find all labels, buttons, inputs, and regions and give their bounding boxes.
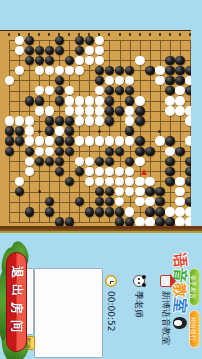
board-cell[interactable] bbox=[64, 55, 74, 65]
board-cell[interactable] bbox=[145, 76, 155, 86]
board-cell[interactable] bbox=[95, 55, 105, 65]
board-cell[interactable] bbox=[24, 76, 34, 86]
board-cell[interactable] bbox=[105, 65, 115, 75]
board-cell[interactable] bbox=[64, 86, 74, 96]
board-cell[interactable] bbox=[34, 136, 44, 146]
board-cell[interactable] bbox=[85, 187, 95, 197]
board-cell[interactable] bbox=[44, 45, 54, 55]
board-cell[interactable] bbox=[95, 136, 105, 146]
board-cell[interactable] bbox=[165, 156, 175, 166]
board-cell[interactable] bbox=[175, 187, 185, 197]
board-cell[interactable] bbox=[115, 55, 125, 65]
board-cell[interactable] bbox=[75, 177, 85, 187]
board-cell[interactable] bbox=[95, 45, 105, 55]
board-cell[interactable] bbox=[125, 166, 135, 176]
board-cell[interactable] bbox=[14, 126, 24, 136]
board-cell[interactable] bbox=[75, 116, 85, 126]
chat-history-box[interactable] bbox=[34, 268, 103, 358]
board-cell[interactable] bbox=[105, 76, 115, 86]
board-cell[interactable] bbox=[34, 146, 44, 156]
board-cell[interactable] bbox=[135, 177, 145, 187]
board-cell[interactable] bbox=[14, 207, 24, 217]
board-cell[interactable] bbox=[175, 76, 185, 86]
board-cell[interactable] bbox=[155, 136, 165, 146]
board-cell[interactable] bbox=[145, 116, 155, 126]
board-cell[interactable] bbox=[44, 166, 54, 176]
board-cell[interactable] bbox=[105, 55, 115, 65]
board-cell[interactable] bbox=[135, 146, 145, 156]
board-cell[interactable] bbox=[85, 45, 95, 55]
board-cell[interactable] bbox=[115, 146, 125, 156]
board-cell[interactable] bbox=[125, 177, 135, 187]
board-cell[interactable] bbox=[14, 76, 24, 86]
board-cell[interactable] bbox=[145, 156, 155, 166]
board-cell[interactable] bbox=[105, 126, 115, 136]
board-cell[interactable] bbox=[105, 106, 115, 116]
board-cell[interactable] bbox=[155, 86, 165, 96]
board-cell[interactable] bbox=[54, 76, 64, 86]
board-cell[interactable] bbox=[64, 65, 74, 75]
board-cell[interactable] bbox=[34, 177, 44, 187]
board-cell[interactable] bbox=[135, 156, 145, 166]
board-cell[interactable] bbox=[125, 197, 135, 207]
board-cell[interactable] bbox=[64, 197, 74, 207]
board-cell[interactable] bbox=[14, 116, 24, 126]
board-cell[interactable] bbox=[54, 96, 64, 106]
board-cell[interactable] bbox=[85, 207, 95, 217]
board-cell[interactable] bbox=[75, 197, 85, 207]
board-cell[interactable] bbox=[24, 146, 34, 156]
board-cell[interactable] bbox=[4, 207, 14, 217]
board-cell[interactable] bbox=[14, 55, 24, 65]
board-cell[interactable] bbox=[115, 136, 125, 146]
board-cell[interactable] bbox=[135, 116, 145, 126]
board-cell[interactable] bbox=[85, 126, 95, 136]
board-cell[interactable] bbox=[24, 197, 34, 207]
board-cell[interactable] bbox=[4, 136, 14, 146]
go-board[interactable] bbox=[0, 30, 191, 228]
board-cell[interactable] bbox=[4, 146, 14, 156]
goban-grid[interactable] bbox=[4, 35, 195, 227]
board-cell[interactable] bbox=[85, 177, 95, 187]
board-cell[interactable] bbox=[75, 166, 85, 176]
board-cell[interactable] bbox=[175, 136, 185, 146]
board-cell[interactable] bbox=[4, 197, 14, 207]
board-cell[interactable] bbox=[75, 35, 85, 45]
board-cell[interactable] bbox=[44, 76, 54, 86]
board-cell[interactable] bbox=[75, 156, 85, 166]
board-cell[interactable] bbox=[125, 45, 135, 55]
board-cell[interactable] bbox=[85, 106, 95, 116]
board-cell[interactable] bbox=[4, 166, 14, 176]
board-cell[interactable] bbox=[95, 65, 105, 75]
board-cell[interactable] bbox=[125, 187, 135, 197]
board-cell[interactable] bbox=[145, 86, 155, 96]
board-cell[interactable] bbox=[125, 207, 135, 217]
board-cell[interactable] bbox=[14, 166, 24, 176]
board-cell[interactable] bbox=[64, 45, 74, 55]
board-cell[interactable] bbox=[34, 35, 44, 45]
board-cell[interactable] bbox=[64, 96, 74, 106]
board-cell[interactable] bbox=[155, 45, 165, 55]
board-cell[interactable] bbox=[125, 86, 135, 96]
board-cell[interactable] bbox=[105, 177, 115, 187]
board-cell[interactable] bbox=[155, 156, 165, 166]
board-cell[interactable] bbox=[85, 197, 95, 207]
board-cell[interactable] bbox=[155, 65, 165, 75]
board-cell[interactable] bbox=[24, 156, 34, 166]
board-cell[interactable] bbox=[64, 187, 74, 197]
board-cell[interactable] bbox=[135, 86, 145, 96]
board-cell[interactable] bbox=[14, 96, 24, 106]
board-cell[interactable] bbox=[165, 106, 175, 116]
board-cell[interactable] bbox=[85, 96, 95, 106]
board-cell[interactable] bbox=[105, 86, 115, 96]
board-cell[interactable] bbox=[75, 126, 85, 136]
board-cell[interactable] bbox=[4, 126, 14, 136]
board-cell[interactable] bbox=[135, 65, 145, 75]
board-cell[interactable] bbox=[175, 166, 185, 176]
board-cell[interactable] bbox=[64, 136, 74, 146]
board-cell[interactable] bbox=[135, 207, 145, 217]
board-cell[interactable] bbox=[64, 35, 74, 45]
board-cell[interactable] bbox=[125, 35, 135, 45]
board-cell[interactable] bbox=[155, 55, 165, 65]
board-cell[interactable] bbox=[105, 166, 115, 176]
board-cell[interactable] bbox=[145, 126, 155, 136]
board-cell[interactable] bbox=[135, 45, 145, 55]
board-cell[interactable] bbox=[105, 187, 115, 197]
board-cell[interactable] bbox=[115, 116, 125, 126]
board-cell[interactable] bbox=[14, 136, 24, 146]
board-cell[interactable] bbox=[175, 197, 185, 207]
board-cell[interactable] bbox=[175, 116, 185, 126]
board-cell[interactable] bbox=[115, 156, 125, 166]
board-cell[interactable] bbox=[95, 146, 105, 156]
board-cell[interactable] bbox=[125, 136, 135, 146]
board-cell[interactable] bbox=[54, 136, 64, 146]
board-cell[interactable] bbox=[85, 86, 95, 96]
board-cell[interactable] bbox=[85, 146, 95, 156]
board-cell[interactable] bbox=[155, 177, 165, 187]
board-cell[interactable] bbox=[135, 96, 145, 106]
board-cell[interactable] bbox=[175, 106, 185, 116]
board-cell[interactable] bbox=[24, 65, 34, 75]
board-cell[interactable] bbox=[95, 166, 105, 176]
board-cell[interactable] bbox=[105, 116, 115, 126]
board-cell[interactable] bbox=[14, 35, 24, 45]
board-cell[interactable] bbox=[24, 136, 34, 146]
board-cell[interactable] bbox=[64, 76, 74, 86]
board-cell[interactable] bbox=[145, 177, 155, 187]
board-cell[interactable] bbox=[115, 197, 125, 207]
board-cell[interactable] bbox=[64, 116, 74, 126]
board-cell[interactable] bbox=[54, 55, 64, 65]
board-cell[interactable] bbox=[115, 86, 125, 96]
board-cell[interactable] bbox=[145, 55, 155, 65]
board-cell[interactable] bbox=[4, 96, 14, 106]
board-cell[interactable] bbox=[14, 86, 24, 96]
board-cell[interactable] bbox=[34, 187, 44, 197]
board-cell[interactable] bbox=[54, 207, 64, 217]
board-cell[interactable] bbox=[14, 177, 24, 187]
board-cell[interactable] bbox=[135, 197, 145, 207]
board-cell[interactable] bbox=[34, 86, 44, 96]
board-cell[interactable] bbox=[135, 76, 145, 86]
board-cell[interactable] bbox=[24, 96, 34, 106]
board-cell[interactable] bbox=[175, 156, 185, 166]
board-cell[interactable] bbox=[175, 146, 185, 156]
board-cell[interactable] bbox=[95, 126, 105, 136]
board-cell[interactable] bbox=[54, 146, 64, 156]
board-cell[interactable] bbox=[14, 187, 24, 197]
board-cell[interactable] bbox=[105, 146, 115, 156]
board-cell[interactable] bbox=[165, 86, 175, 96]
board-cell[interactable] bbox=[175, 65, 185, 75]
board-cell[interactable] bbox=[44, 55, 54, 65]
board-cell[interactable] bbox=[4, 156, 14, 166]
board-cell[interactable] bbox=[125, 76, 135, 86]
board-cell[interactable] bbox=[115, 45, 125, 55]
board-cell[interactable] bbox=[115, 187, 125, 197]
board-cell[interactable] bbox=[24, 45, 34, 55]
board-cell[interactable] bbox=[165, 116, 175, 126]
board-cell[interactable] bbox=[54, 106, 64, 116]
board-cell[interactable] bbox=[34, 55, 44, 65]
board-cell[interactable] bbox=[115, 126, 125, 136]
board-cell[interactable] bbox=[165, 45, 175, 55]
board-cell[interactable] bbox=[34, 45, 44, 55]
board-cell[interactable] bbox=[24, 177, 34, 187]
board-cell[interactable] bbox=[165, 126, 175, 136]
board-cell[interactable] bbox=[95, 35, 105, 45]
board-cell[interactable] bbox=[135, 136, 145, 146]
board-cell[interactable] bbox=[54, 197, 64, 207]
board-cell[interactable] bbox=[165, 177, 175, 187]
board-cell[interactable] bbox=[75, 146, 85, 156]
board-cell[interactable] bbox=[175, 86, 185, 96]
board-cell[interactable] bbox=[145, 146, 155, 156]
board-cell[interactable] bbox=[175, 35, 185, 45]
board-cell[interactable] bbox=[44, 136, 54, 146]
board-cell[interactable] bbox=[24, 166, 34, 176]
board-cell[interactable] bbox=[155, 106, 165, 116]
board-cell[interactable] bbox=[165, 166, 175, 176]
board-cell[interactable] bbox=[34, 207, 44, 217]
board-cell[interactable] bbox=[105, 136, 115, 146]
board-cell[interactable] bbox=[4, 65, 14, 75]
board-cell[interactable] bbox=[75, 207, 85, 217]
board-cell[interactable] bbox=[64, 156, 74, 166]
board-cell[interactable] bbox=[95, 116, 105, 126]
board-cell[interactable] bbox=[95, 76, 105, 86]
board-cell[interactable] bbox=[95, 96, 105, 106]
board-cell[interactable] bbox=[24, 35, 34, 45]
board-cell[interactable] bbox=[125, 106, 135, 116]
board-cell[interactable] bbox=[75, 65, 85, 75]
board-cell[interactable] bbox=[44, 156, 54, 166]
board-cell[interactable] bbox=[105, 197, 115, 207]
board-cell[interactable] bbox=[175, 55, 185, 65]
board-cell[interactable] bbox=[24, 55, 34, 65]
board-cell[interactable] bbox=[34, 166, 44, 176]
board-cell[interactable] bbox=[115, 65, 125, 75]
board-cell[interactable] bbox=[105, 207, 115, 217]
board-cell[interactable] bbox=[135, 126, 145, 136]
board-cell[interactable] bbox=[145, 45, 155, 55]
board-cell[interactable] bbox=[145, 187, 155, 197]
board-cell[interactable] bbox=[34, 65, 44, 75]
board-cell[interactable] bbox=[24, 207, 34, 217]
board-cell[interactable] bbox=[145, 96, 155, 106]
board-cell[interactable] bbox=[165, 146, 175, 156]
exit-room-button[interactable]: 退出房间 bbox=[6, 252, 27, 352]
board-cell[interactable] bbox=[95, 86, 105, 96]
board-cell[interactable] bbox=[54, 156, 64, 166]
board-cell[interactable] bbox=[14, 65, 24, 75]
board-cell[interactable] bbox=[34, 197, 44, 207]
board-cell[interactable] bbox=[14, 156, 24, 166]
board-cell[interactable] bbox=[44, 86, 54, 96]
board-cell[interactable] bbox=[44, 126, 54, 136]
board-cell[interactable] bbox=[115, 96, 125, 106]
board-cell[interactable] bbox=[175, 177, 185, 187]
board-cell[interactable] bbox=[44, 187, 54, 197]
board-cell[interactable] bbox=[34, 96, 44, 106]
board-cell[interactable] bbox=[175, 45, 185, 55]
board-cell[interactable] bbox=[95, 156, 105, 166]
board-cell[interactable] bbox=[24, 116, 34, 126]
board-cell[interactable] bbox=[54, 126, 64, 136]
board-cell[interactable] bbox=[54, 187, 64, 197]
board-cell[interactable] bbox=[75, 55, 85, 65]
board-cell[interactable] bbox=[75, 106, 85, 116]
board-cell[interactable] bbox=[145, 136, 155, 146]
board-cell[interactable] bbox=[85, 35, 95, 45]
board-cell[interactable] bbox=[75, 187, 85, 197]
board-cell[interactable] bbox=[4, 45, 14, 55]
board-cell[interactable] bbox=[85, 55, 95, 65]
board-cell[interactable] bbox=[165, 76, 175, 86]
board-cell[interactable] bbox=[105, 96, 115, 106]
board-cell[interactable] bbox=[165, 65, 175, 75]
board-cell[interactable] bbox=[175, 207, 185, 217]
board-cell[interactable] bbox=[155, 35, 165, 45]
board-cell[interactable] bbox=[145, 35, 155, 45]
board-cell[interactable] bbox=[75, 96, 85, 106]
board-cell[interactable] bbox=[4, 116, 14, 126]
board-cell[interactable] bbox=[145, 65, 155, 75]
board-cell[interactable] bbox=[95, 197, 105, 207]
board-cell[interactable] bbox=[155, 126, 165, 136]
board-cell[interactable] bbox=[44, 116, 54, 126]
board-cell[interactable] bbox=[34, 76, 44, 86]
board-cell[interactable] bbox=[34, 156, 44, 166]
board-cell[interactable] bbox=[115, 177, 125, 187]
board-cell[interactable] bbox=[34, 126, 44, 136]
board-cell[interactable] bbox=[95, 187, 105, 197]
board-cell[interactable] bbox=[24, 126, 34, 136]
board-cell[interactable] bbox=[44, 177, 54, 187]
board-cell[interactable] bbox=[125, 65, 135, 75]
board-cell[interactable] bbox=[105, 156, 115, 166]
board-cell[interactable] bbox=[24, 187, 34, 197]
board-cell[interactable] bbox=[14, 106, 24, 116]
board-cell[interactable] bbox=[95, 207, 105, 217]
board-cell[interactable] bbox=[135, 55, 145, 65]
board-cell[interactable] bbox=[155, 76, 165, 86]
board-cell[interactable] bbox=[135, 35, 145, 45]
board-cell[interactable] bbox=[54, 86, 64, 96]
board-cell[interactable] bbox=[155, 166, 165, 176]
board-cell[interactable] bbox=[155, 96, 165, 106]
board-cell[interactable] bbox=[4, 106, 14, 116]
board-cell[interactable] bbox=[54, 65, 64, 75]
board-cell[interactable] bbox=[115, 106, 125, 116]
board-cell[interactable] bbox=[14, 197, 24, 207]
board-cell[interactable] bbox=[155, 146, 165, 156]
board-cell[interactable] bbox=[44, 106, 54, 116]
board-cell[interactable] bbox=[105, 45, 115, 55]
board-cell[interactable] bbox=[64, 146, 74, 156]
board-cell[interactable] bbox=[85, 76, 95, 86]
board-cell[interactable] bbox=[14, 45, 24, 55]
board-cell[interactable] bbox=[145, 106, 155, 116]
board-cell[interactable] bbox=[115, 207, 125, 217]
board-cell[interactable] bbox=[95, 177, 105, 187]
board-cell[interactable] bbox=[125, 55, 135, 65]
board-cell[interactable] bbox=[44, 146, 54, 156]
board-cell[interactable] bbox=[125, 126, 135, 136]
board-cell[interactable] bbox=[34, 116, 44, 126]
board-cell[interactable] bbox=[44, 207, 54, 217]
board-cell[interactable] bbox=[44, 65, 54, 75]
board-cell[interactable] bbox=[54, 45, 64, 55]
board-cell[interactable] bbox=[75, 76, 85, 86]
board-cell[interactable] bbox=[4, 86, 14, 96]
board-cell[interactable] bbox=[155, 116, 165, 126]
board-cell[interactable] bbox=[155, 197, 165, 207]
board-cell[interactable] bbox=[4, 76, 14, 86]
board-cell[interactable] bbox=[24, 86, 34, 96]
board-cell[interactable] bbox=[125, 96, 135, 106]
board-cell[interactable] bbox=[54, 177, 64, 187]
board-cell[interactable] bbox=[64, 126, 74, 136]
board-cell[interactable] bbox=[125, 156, 135, 166]
board-cell[interactable] bbox=[24, 106, 34, 116]
board-cell[interactable] bbox=[165, 197, 175, 207]
board-cell[interactable] bbox=[165, 35, 175, 45]
board-cell[interactable] bbox=[85, 166, 95, 176]
board-cell[interactable] bbox=[165, 136, 175, 146]
board-cell[interactable] bbox=[95, 106, 105, 116]
board-cell[interactable] bbox=[4, 55, 14, 65]
board-cell[interactable] bbox=[75, 45, 85, 55]
board-cell[interactable] bbox=[165, 55, 175, 65]
board-cell[interactable] bbox=[115, 166, 125, 176]
board-cell[interactable] bbox=[75, 136, 85, 146]
board-cell[interactable] bbox=[44, 197, 54, 207]
board-cell[interactable] bbox=[85, 116, 95, 126]
board-cell[interactable] bbox=[54, 35, 64, 45]
board-cell[interactable] bbox=[145, 197, 155, 207]
board-cell[interactable] bbox=[34, 106, 44, 116]
board-cell[interactable] bbox=[155, 187, 165, 197]
board-cell[interactable] bbox=[4, 187, 14, 197]
board-cell[interactable] bbox=[54, 116, 64, 126]
board-cell[interactable] bbox=[44, 35, 54, 45]
board-cell[interactable] bbox=[175, 126, 185, 136]
